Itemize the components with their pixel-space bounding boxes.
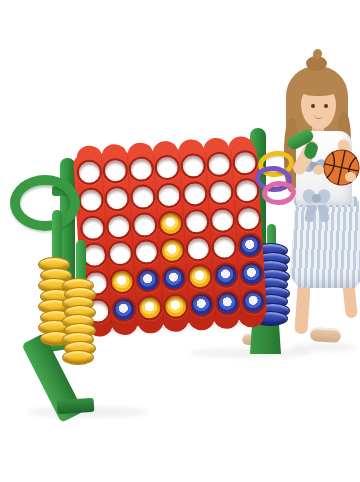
board-cell-r3c1 — [79, 213, 107, 242]
empty-hole — [154, 155, 180, 181]
board-cell-r6c6 — [214, 288, 242, 317]
waist-bow-knot — [312, 194, 321, 203]
board-cell-r1c7 — [232, 149, 259, 178]
empty-hole — [76, 159, 102, 185]
board-cell-r6c3 — [136, 293, 164, 322]
board-cell-r1c3 — [128, 155, 156, 184]
board-cell-r4c2 — [107, 239, 135, 268]
empty-hole — [107, 241, 133, 267]
board-cell-r2c3 — [130, 182, 158, 211]
empty-hole — [104, 185, 130, 211]
eye — [324, 104, 328, 108]
blue-disc — [239, 260, 265, 286]
empty-hole — [183, 208, 209, 234]
board-cell-r2c1 — [78, 186, 106, 215]
blue-disc — [213, 262, 239, 288]
board-cell-r5c3 — [135, 265, 163, 294]
board-cell-r1c4 — [154, 153, 182, 182]
yellow-disc — [159, 237, 185, 263]
blue-disc — [214, 290, 240, 316]
board-cell-r3c4 — [157, 208, 185, 237]
hair-fringe — [299, 79, 338, 96]
empty-hole — [131, 211, 157, 237]
sandal — [310, 327, 342, 343]
empty-hole — [208, 179, 234, 205]
empty-hole — [211, 234, 237, 260]
floor-shadow — [290, 343, 356, 352]
hand — [313, 165, 324, 175]
board-cell-r6c5 — [188, 290, 216, 319]
board-cell-r4c6 — [211, 233, 239, 262]
empty-hole — [102, 158, 128, 184]
toss-hoop — [10, 175, 80, 231]
board-grid — [76, 149, 264, 326]
board-cell-r5c5 — [187, 262, 215, 291]
board-cell-r2c2 — [104, 184, 132, 213]
yellow-ring — [62, 350, 94, 365]
blue-disc — [135, 267, 161, 293]
yellow-disc — [162, 293, 188, 319]
empty-hole — [185, 236, 211, 262]
board-cell-r1c5 — [180, 152, 208, 181]
board-cell-r4c5 — [185, 234, 213, 263]
blue-disc — [161, 265, 187, 291]
board-cell-r3c2 — [105, 212, 133, 241]
empty-hole — [206, 151, 232, 177]
board-cell-r3c3 — [131, 210, 159, 239]
hanging-ring — [261, 180, 297, 206]
eye — [311, 104, 315, 108]
board-cell-r2c5 — [182, 179, 210, 208]
board-cell-r3c6 — [209, 205, 237, 234]
board-cell-r1c1 — [76, 158, 104, 187]
board-cell-r5c4 — [161, 264, 189, 293]
board-cell-r6c2 — [110, 294, 138, 323]
connect-four-board — [73, 145, 267, 330]
empty-hole — [232, 150, 258, 176]
board-cell-r1c2 — [102, 156, 130, 185]
board-cell-r5c7 — [239, 259, 266, 288]
yellow-disc — [157, 210, 183, 236]
empty-hole — [209, 207, 235, 233]
hand — [345, 172, 356, 182]
ring-peg-front-outer — [52, 210, 62, 264]
empty-hole — [235, 205, 261, 231]
blue-disc — [188, 291, 214, 317]
basketball — [320, 146, 360, 190]
leg — [294, 284, 310, 335]
board-cell-r6c4 — [162, 291, 190, 320]
yellow-disc — [109, 268, 135, 294]
board-cell-r4c7 — [237, 231, 264, 260]
board-cell-r2c6 — [208, 178, 236, 207]
empty-hole — [106, 213, 132, 239]
empty-hole — [133, 239, 159, 265]
empty-hole — [156, 182, 182, 208]
empty-hole — [182, 181, 208, 207]
board-cell-r4c3 — [133, 238, 161, 267]
yellow-disc — [187, 263, 213, 289]
yellow-disc — [137, 294, 163, 320]
board-cell-r6c7 — [240, 287, 267, 316]
frame-front-foot — [57, 398, 95, 415]
board-cell-r1c6 — [206, 150, 234, 179]
board-cell-r5c2 — [109, 267, 137, 296]
blue-disc — [111, 296, 137, 322]
empty-hole — [128, 156, 154, 182]
blue-disc — [237, 233, 263, 259]
empty-hole — [78, 187, 104, 213]
blue-disc — [240, 288, 266, 314]
product-photo — [0, 0, 360, 482]
empty-hole — [80, 215, 106, 241]
board-cell-r3c7 — [235, 204, 262, 233]
floor-shadow — [190, 348, 310, 358]
board-cell-r3c5 — [183, 207, 211, 236]
board-cell-r4c4 — [159, 236, 187, 265]
board-cell-r2c4 — [156, 181, 184, 210]
empty-hole — [130, 184, 156, 210]
empty-hole — [180, 153, 206, 179]
board-cell-r5c6 — [213, 261, 241, 290]
